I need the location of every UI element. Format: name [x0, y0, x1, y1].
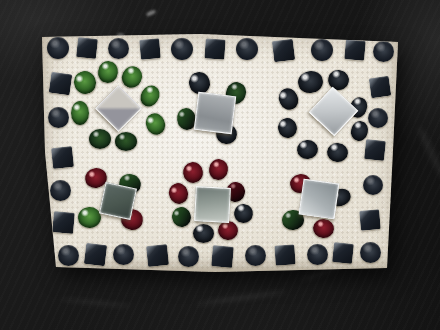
glass-bead-black: [296, 139, 319, 160]
border-tile-square: [52, 211, 75, 234]
border-tile-circle: [108, 38, 129, 59]
border-tile-square: [83, 242, 106, 265]
border-tile-circle: [178, 246, 199, 267]
border-tile-square: [359, 209, 381, 231]
border-tile-circle: [48, 107, 69, 128]
border-tile-square: [211, 245, 234, 268]
border-tile-square: [48, 71, 72, 95]
glass-bead-green: [118, 63, 145, 91]
border-tile-square: [271, 38, 294, 61]
mosaic-tray-wrapper: [0, 0, 440, 330]
glass-bead-green: [77, 206, 102, 229]
glass-bead-green: [137, 82, 164, 110]
glass-bead-dark_green: [89, 129, 111, 149]
glass-bead-black: [193, 224, 214, 243]
border-tile-circle: [58, 245, 79, 266]
glass-bead-green: [142, 110, 167, 137]
glass-bead-dark_red: [165, 180, 190, 206]
glass-bead-black: [275, 116, 299, 140]
border-tile-circle: [245, 245, 266, 266]
glass-bead-black: [326, 142, 349, 163]
border-tile-square: [204, 38, 225, 59]
border-tile-circle: [50, 180, 71, 201]
border-tile-square: [274, 244, 295, 265]
glass-bead-dark_red: [312, 218, 335, 239]
border-tile-square: [76, 37, 98, 59]
glass-bead-black: [275, 85, 302, 113]
border-tile-square: [364, 139, 386, 161]
border-tile-circle: [307, 244, 328, 265]
border-tile-square: [50, 145, 73, 168]
border-tile-circle: [311, 39, 333, 61]
glass-bead-green: [71, 67, 100, 96]
border-tile-square: [369, 76, 392, 99]
border-tile-square: [139, 38, 161, 60]
mirror-tile-top-left: [95, 85, 142, 132]
border-tile-circle: [171, 38, 193, 60]
border-tile-circle: [363, 175, 383, 195]
glass-bead-dark_red: [181, 160, 204, 184]
mirror-tile-top-middle: [194, 92, 236, 134]
border-tile-circle: [113, 244, 134, 265]
photo-stage: [0, 0, 440, 330]
border-tile-square: [344, 39, 366, 61]
mirror-tile-bottom-left: [99, 182, 137, 220]
border-tile-square: [332, 242, 354, 264]
glass-bead-dark_green: [115, 132, 137, 151]
glass-bead-green: [71, 101, 89, 125]
glass-bead-green_black: [169, 205, 193, 229]
mirror-tile-bottom-middle: [194, 186, 231, 223]
glass-bead-dark_red: [207, 157, 229, 181]
glass-bead-black: [232, 202, 254, 224]
border-tile-circle: [360, 242, 381, 263]
glass-bead-green: [96, 59, 120, 84]
border-tile-circle: [373, 41, 394, 62]
mosaic-tray: [0, 0, 440, 330]
border-tile-circle: [47, 37, 69, 59]
glass-bead-black: [296, 69, 324, 95]
border-tile-circle: [236, 38, 258, 60]
mirror-tile-bottom-right: [299, 179, 340, 220]
border-tile-circle: [368, 108, 388, 128]
border-tile-square: [145, 243, 168, 266]
